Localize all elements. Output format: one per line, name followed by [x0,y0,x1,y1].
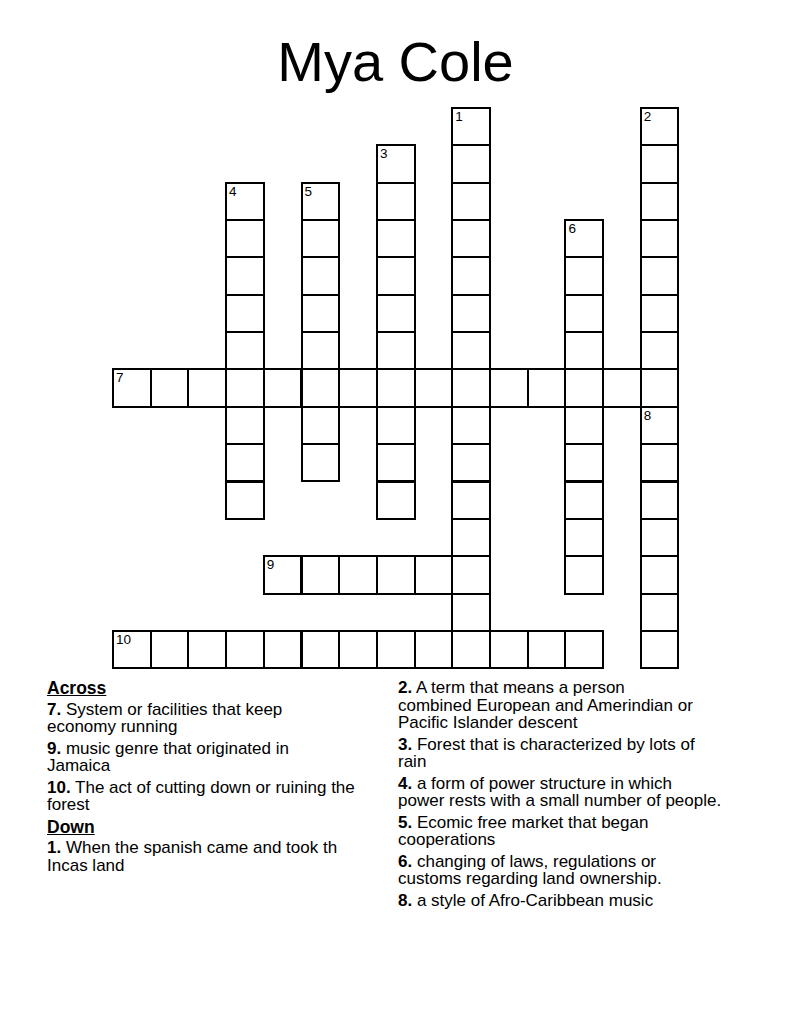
grid-cell[interactable] [564,630,604,669]
grid-cell[interactable] [338,368,378,407]
grid-cell[interactable] [301,331,341,370]
grid-cell[interactable] [225,294,265,333]
clue-item: 10. The act of cutting down or ruining t… [47,779,392,814]
grid-cell[interactable] [376,443,416,482]
clue-item: 1. When the spanish came and took th Inc… [47,839,392,874]
grid-cell[interactable] [451,219,491,258]
clue-text: changing of laws, regulations or customs… [398,852,662,889]
grid-cell[interactable] [564,256,604,295]
clue-number-label: 6. [398,852,412,871]
grid-cell[interactable] [376,182,416,221]
grid-cell[interactable] [451,182,491,221]
grid-cell[interactable] [564,294,604,333]
grid-cell[interactable] [376,219,416,258]
grid-cell[interactable] [451,555,491,594]
grid-cell[interactable] [640,294,680,333]
grid-cell[interactable]: 10 [112,630,152,669]
grid-cell[interactable]: 9 [263,555,303,594]
grid-cell[interactable]: 1 [451,107,491,146]
clue-number-label: 1. [47,838,61,857]
clue-text: Ecomic free market that began cooperatio… [398,813,648,850]
down-header: Down [47,818,392,838]
grid-cell[interactable] [376,406,416,445]
grid-cell[interactable] [564,368,604,407]
grid-cell[interactable] [640,368,680,407]
clue-item: 9. music genre that originated in Jamaic… [47,740,392,775]
grid-cell-number: 7 [116,370,124,385]
grid-cell[interactable] [451,368,491,407]
grid-cell[interactable] [451,518,491,557]
grid-cell[interactable]: 2 [640,107,680,146]
clues-left-column: Across 7. System or facilities that keep… [47,679,392,878]
grid-cell[interactable] [640,593,680,632]
clue-item: 3. Forest that is characterized by lots … [398,736,750,771]
grid-cell[interactable] [640,331,680,370]
grid-cell[interactable] [225,443,265,482]
clue-text: music genre that originated in Jamaica [47,739,289,776]
clue-item: 8. a style of Afro-Caribbean music [398,892,750,910]
grid-cell[interactable] [225,331,265,370]
grid-cell[interactable] [414,368,454,407]
grid-cell[interactable] [564,518,604,557]
grid-cell[interactable]: 4 [225,182,265,221]
clue-item: 7. System or facilities that keep econom… [47,701,392,736]
grid-cell[interactable] [301,555,341,594]
clue-text: System or facilities that keep economy r… [47,700,282,737]
grid-cell[interactable]: 8 [640,406,680,445]
grid-cell[interactable] [451,630,491,669]
clues-section: Across 7. System or facilities that keep… [47,679,750,913]
grid-cell-number: 3 [380,146,388,161]
grid-cell[interactable] [451,481,491,520]
grid-cell-number: 6 [568,221,576,236]
clue-item: 5. Ecomic free market that began coopera… [398,814,750,849]
grid-cell[interactable] [640,256,680,295]
grid-cell[interactable] [640,144,680,183]
grid-cell[interactable] [451,144,491,183]
grid-cell[interactable] [602,368,642,407]
grid-cell[interactable] [451,443,491,482]
clue-number-label: 3. [398,735,412,754]
clue-text: When the spanish came and took th Incas … [47,838,337,875]
grid-cell[interactable] [564,331,604,370]
grid-cell[interactable] [451,593,491,632]
grid-cell[interactable] [301,443,341,482]
crossword-grid: 12345678910 [113,108,679,668]
grid-cell[interactable] [376,555,416,594]
grid-cell[interactable] [640,219,680,258]
grid-cell[interactable]: 6 [564,219,604,258]
grid-cell[interactable] [263,368,303,407]
grid-cell[interactable] [640,182,680,221]
grid-cell[interactable] [376,368,416,407]
clue-number-label: 8. [398,891,412,910]
grid-cell[interactable] [414,555,454,594]
grid-cell[interactable] [225,368,265,407]
clue-item: 4. a form of power structure in which po… [398,775,750,810]
grid-cell[interactable] [451,406,491,445]
grid-cell[interactable] [301,219,341,258]
grid-cell[interactable] [187,630,227,669]
grid-cell[interactable] [301,256,341,295]
grid-cell[interactable] [263,630,303,669]
grid-cell[interactable] [376,481,416,520]
down-clues-list-left: 1. When the spanish came and took th Inc… [47,839,392,874]
grid-cell[interactable] [376,331,416,370]
grid-cell[interactable] [225,630,265,669]
grid-cell[interactable] [225,406,265,445]
grid-cell[interactable] [564,555,604,594]
grid-cell[interactable] [301,406,341,445]
grid-cell[interactable] [451,256,491,295]
grid-cell[interactable] [564,406,604,445]
grid-cell[interactable] [376,630,416,669]
grid-cell[interactable]: 3 [376,144,416,183]
clue-text: a form of power structure in which power… [398,774,721,811]
clue-text: a style of Afro-Caribbean music [417,891,653,910]
grid-cell[interactable] [414,630,454,669]
grid-cell[interactable] [301,630,341,669]
clue-text: Forest that is characterized by lots of … [398,735,695,772]
clues-right-column: 2. A term that means a person combined E… [398,679,750,913]
clue-number-label: 9. [47,739,61,758]
grid-cell[interactable] [301,368,341,407]
grid-cell[interactable] [150,368,190,407]
clue-number-label: 10. [47,778,71,797]
grid-cell-number: 5 [305,184,313,199]
grid-cell-number: 9 [267,557,275,572]
across-header: Across [47,679,392,699]
grid-cell[interactable] [225,481,265,520]
grid-cell[interactable]: 5 [301,182,341,221]
grid-cell[interactable] [489,368,529,407]
page-title: Mya Cole [0,34,791,90]
clue-text: A term that means a person combined Euro… [398,678,693,732]
clue-number-label: 7. [47,700,61,719]
grid-cell[interactable] [376,256,416,295]
grid-cell[interactable] [640,630,680,669]
grid-cell[interactable] [640,481,680,520]
grid-cell[interactable] [150,630,190,669]
grid-cell[interactable] [451,294,491,333]
grid-cell[interactable] [301,294,341,333]
grid-cell[interactable] [451,331,491,370]
grid-cell[interactable] [225,219,265,258]
clue-number-label: 2. [398,678,412,697]
grid-cell[interactable] [640,443,680,482]
grid-cell-number: 1 [455,109,463,124]
grid-cell[interactable] [564,481,604,520]
clue-item: 2. A term that means a person combined E… [398,679,750,732]
clue-item: 6. changing of laws, regulations or cust… [398,853,750,888]
grid-cell-number: 8 [644,408,652,423]
grid-cell[interactable] [527,368,567,407]
grid-cell-number: 4 [229,184,237,199]
grid-cell[interactable]: 7 [112,368,152,407]
grid-cell[interactable] [527,630,567,669]
clue-number-label: 4. [398,774,412,793]
down-clues-list-right: 2. A term that means a person combined E… [398,679,750,909]
grid-cell[interactable] [640,555,680,594]
grid-cell[interactable] [187,368,227,407]
grid-cell-number: 2 [644,109,652,124]
grid-cell[interactable] [225,256,265,295]
across-clues-list: 7. System or facilities that keep econom… [47,701,392,814]
clue-number-label: 5. [398,813,412,832]
grid-cell[interactable] [564,443,604,482]
grid-cell-number: 10 [116,632,131,647]
grid-cell[interactable] [376,294,416,333]
grid-cell[interactable] [338,630,378,669]
grid-cell[interactable] [489,630,529,669]
grid-cell[interactable] [640,518,680,557]
clue-text: The act of cutting down or ruining the f… [47,778,355,815]
grid-cell[interactable] [338,555,378,594]
